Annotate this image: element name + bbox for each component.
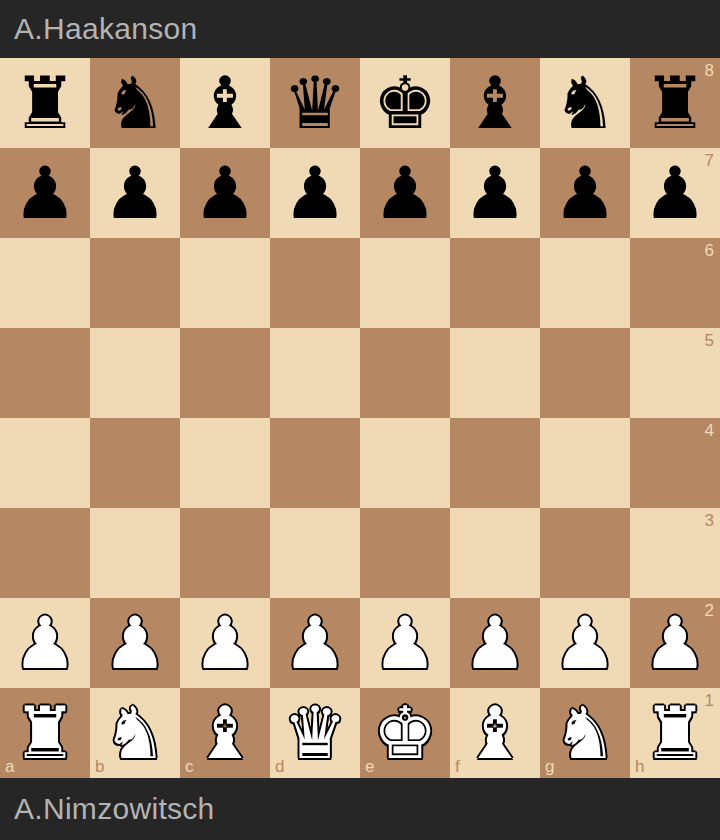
square-a1[interactable]: ♜a — [0, 688, 90, 778]
square-a2[interactable]: ♟ — [0, 598, 90, 688]
white-pawn[interactable]: ♟ — [13, 598, 78, 688]
square-c6[interactable] — [180, 238, 270, 328]
black-rook[interactable]: ♜ — [643, 58, 708, 148]
square-c8[interactable]: ♝ — [180, 58, 270, 148]
square-f8[interactable]: ♝ — [450, 58, 540, 148]
square-h4[interactable]: 4 — [630, 418, 720, 508]
black-pawn[interactable]: ♟ — [553, 148, 618, 238]
square-b1[interactable]: ♞b — [90, 688, 180, 778]
square-b5[interactable] — [90, 328, 180, 418]
square-e3[interactable] — [360, 508, 450, 598]
top-player-bar: A.Haakanson — [0, 0, 720, 58]
black-bishop[interactable]: ♝ — [463, 58, 528, 148]
square-f3[interactable] — [450, 508, 540, 598]
white-bishop[interactable]: ♝ — [193, 688, 258, 778]
square-f1[interactable]: ♝f — [450, 688, 540, 778]
white-pawn[interactable]: ♟ — [553, 598, 618, 688]
square-b7[interactable]: ♟ — [90, 148, 180, 238]
square-h3[interactable]: 3 — [630, 508, 720, 598]
black-pawn[interactable]: ♟ — [13, 148, 78, 238]
square-e7[interactable]: ♟ — [360, 148, 450, 238]
square-d3[interactable] — [270, 508, 360, 598]
square-a8[interactable]: ♜ — [0, 58, 90, 148]
square-c7[interactable]: ♟ — [180, 148, 270, 238]
square-b3[interactable] — [90, 508, 180, 598]
square-g1[interactable]: ♞g — [540, 688, 630, 778]
top-player-name: A.Haakanson — [14, 12, 197, 46]
square-e2[interactable]: ♟ — [360, 598, 450, 688]
bottom-player-name: A.Nimzowitsch — [14, 792, 215, 826]
square-h1[interactable]: ♜1h — [630, 688, 720, 778]
white-knight[interactable]: ♞ — [103, 688, 168, 778]
white-pawn[interactable]: ♟ — [373, 598, 438, 688]
square-g6[interactable] — [540, 238, 630, 328]
square-f2[interactable]: ♟ — [450, 598, 540, 688]
white-pawn[interactable]: ♟ — [193, 598, 258, 688]
square-c4[interactable] — [180, 418, 270, 508]
square-g5[interactable] — [540, 328, 630, 418]
square-d8[interactable]: ♛ — [270, 58, 360, 148]
square-f7[interactable]: ♟ — [450, 148, 540, 238]
black-pawn[interactable]: ♟ — [103, 148, 168, 238]
white-rook[interactable]: ♜ — [643, 688, 708, 778]
square-h5[interactable]: 5 — [630, 328, 720, 418]
white-pawn[interactable]: ♟ — [463, 598, 528, 688]
square-c2[interactable]: ♟ — [180, 598, 270, 688]
black-pawn[interactable]: ♟ — [643, 148, 708, 238]
black-queen[interactable]: ♛ — [283, 58, 348, 148]
white-rook[interactable]: ♜ — [13, 688, 78, 778]
square-d6[interactable] — [270, 238, 360, 328]
square-b6[interactable] — [90, 238, 180, 328]
black-rook[interactable]: ♜ — [13, 58, 78, 148]
white-king[interactable]: ♚ — [373, 688, 438, 778]
black-knight[interactable]: ♞ — [553, 58, 618, 148]
square-b2[interactable]: ♟ — [90, 598, 180, 688]
square-f4[interactable] — [450, 418, 540, 508]
square-b4[interactable] — [90, 418, 180, 508]
square-h6[interactable]: 6 — [630, 238, 720, 328]
square-f6[interactable] — [450, 238, 540, 328]
square-e6[interactable] — [360, 238, 450, 328]
rank-label-6: 6 — [705, 242, 714, 259]
square-e1[interactable]: ♚e — [360, 688, 450, 778]
square-c5[interactable] — [180, 328, 270, 418]
square-h7[interactable]: ♟7 — [630, 148, 720, 238]
white-pawn[interactable]: ♟ — [103, 598, 168, 688]
square-e5[interactable] — [360, 328, 450, 418]
square-d1[interactable]: ♛d — [270, 688, 360, 778]
square-g4[interactable] — [540, 418, 630, 508]
square-g3[interactable] — [540, 508, 630, 598]
square-a4[interactable] — [0, 418, 90, 508]
square-g7[interactable]: ♟ — [540, 148, 630, 238]
white-pawn[interactable]: ♟ — [283, 598, 348, 688]
square-h2[interactable]: ♟2 — [630, 598, 720, 688]
black-pawn[interactable]: ♟ — [463, 148, 528, 238]
square-d2[interactable]: ♟ — [270, 598, 360, 688]
rank-label-5: 5 — [705, 332, 714, 349]
bottom-player-bar: A.Nimzowitsch — [0, 778, 720, 840]
black-bishop[interactable]: ♝ — [193, 58, 258, 148]
square-g2[interactable]: ♟ — [540, 598, 630, 688]
square-h8[interactable]: ♜8 — [630, 58, 720, 148]
white-bishop[interactable]: ♝ — [463, 688, 528, 778]
square-g8[interactable]: ♞ — [540, 58, 630, 148]
square-a6[interactable] — [0, 238, 90, 328]
square-e8[interactable]: ♚ — [360, 58, 450, 148]
black-knight[interactable]: ♞ — [103, 58, 168, 148]
white-knight[interactable]: ♞ — [553, 688, 618, 778]
black-pawn[interactable]: ♟ — [283, 148, 348, 238]
square-f5[interactable] — [450, 328, 540, 418]
square-d7[interactable]: ♟ — [270, 148, 360, 238]
white-queen[interactable]: ♛ — [283, 688, 348, 778]
square-c3[interactable] — [180, 508, 270, 598]
black-pawn[interactable]: ♟ — [373, 148, 438, 238]
white-pawn[interactable]: ♟ — [643, 598, 708, 688]
square-a3[interactable] — [0, 508, 90, 598]
black-king[interactable]: ♚ — [373, 58, 438, 148]
rank-label-4: 4 — [705, 422, 714, 439]
square-c1[interactable]: ♝c — [180, 688, 270, 778]
black-pawn[interactable]: ♟ — [193, 148, 258, 238]
square-d4[interactable] — [270, 418, 360, 508]
file-label-f: f — [455, 758, 460, 775]
square-a5[interactable] — [0, 328, 90, 418]
square-d5[interactable] — [270, 328, 360, 418]
square-a7[interactable]: ♟ — [0, 148, 90, 238]
chess-board: ♜♞♝♛♚♝♞♜8♟♟♟♟♟♟♟♟76543♟♟♟♟♟♟♟♟2♜a♞b♝c♛d♚… — [0, 58, 720, 778]
rank-label-3: 3 — [705, 512, 714, 529]
square-b8[interactable]: ♞ — [90, 58, 180, 148]
square-e4[interactable] — [360, 418, 450, 508]
